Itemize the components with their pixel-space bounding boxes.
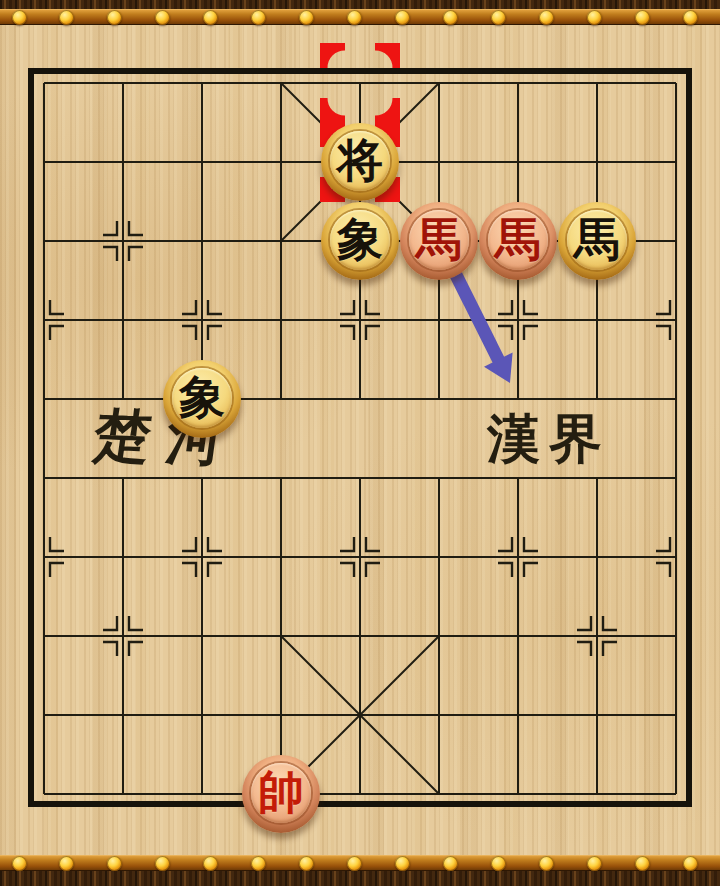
piece-character: 象 — [163, 360, 241, 434]
xiangqi-app: 楚河 漢界 将象馬馬馬象帥 — [0, 0, 720, 886]
piece-character: 馬 — [400, 202, 478, 276]
piece-character: 将 — [321, 123, 399, 197]
piece-character: 馬 — [479, 202, 557, 276]
piece-red-horse-1[interactable]: 馬 — [400, 202, 478, 280]
piece-character: 帥 — [242, 755, 320, 829]
piece-black-horse-1[interactable]: 馬 — [558, 202, 636, 280]
piece-character: 馬 — [558, 202, 636, 276]
piece-black-elephant-1[interactable]: 象 — [321, 202, 399, 280]
piece-black-elephant-2[interactable]: 象 — [163, 360, 241, 438]
piece-black-general[interactable]: 将 — [321, 123, 399, 201]
piece-character: 象 — [321, 202, 399, 276]
pieces-layer: 将象馬馬馬象帥 — [0, 0, 720, 886]
piece-red-general[interactable]: 帥 — [242, 755, 320, 833]
piece-red-horse-2[interactable]: 馬 — [479, 202, 557, 280]
